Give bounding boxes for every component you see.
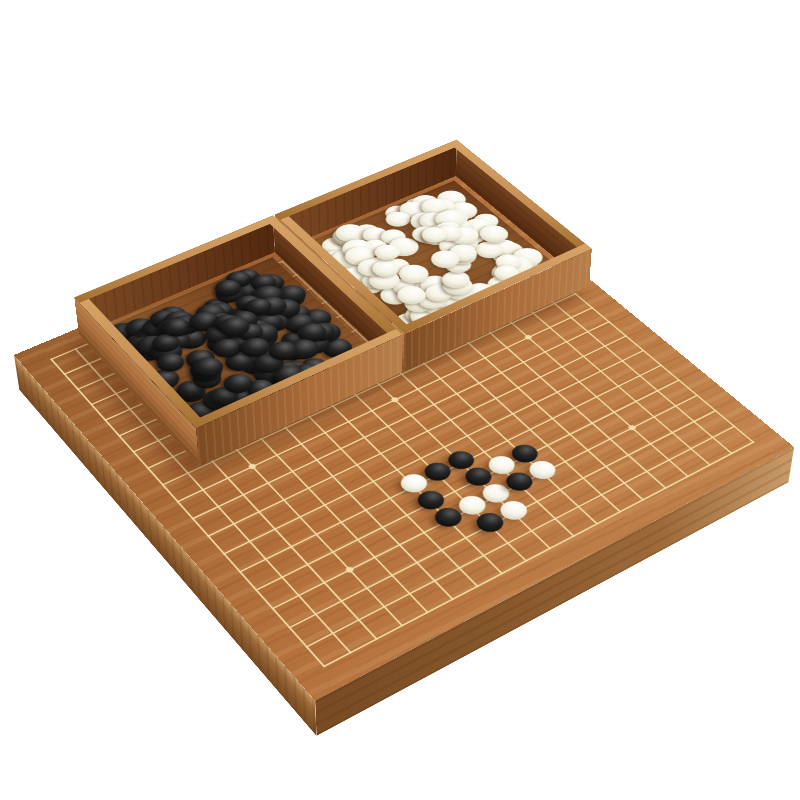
- go-set-product-photo: [0, 0, 800, 800]
- go-board: [14, 169, 794, 700]
- board-front-right-side: [315, 447, 794, 736]
